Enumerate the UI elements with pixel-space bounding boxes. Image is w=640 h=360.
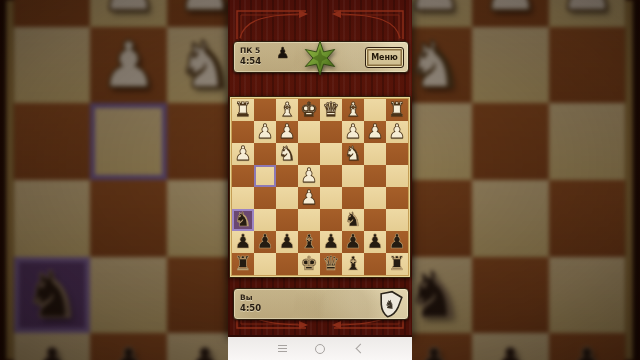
square-a2[interactable]: ♟ [386, 121, 408, 143]
square-f8[interactable] [276, 253, 298, 275]
player-info-bar: Вы 4:50 ♞ [233, 288, 409, 320]
nav-home-button[interactable] [315, 344, 325, 354]
opponent-clock: 4:54 [240, 56, 261, 66]
square-e7[interactable]: ♝ [298, 231, 320, 253]
player-name: Вы [240, 293, 253, 302]
square-h5[interactable] [232, 187, 254, 209]
square-b5[interactable] [364, 187, 386, 209]
black-knight: ♞ [232, 209, 254, 231]
green-star-icon [302, 40, 338, 76]
black-rook: ♜ [386, 253, 408, 275]
black-pawn: ♟ [364, 231, 386, 253]
black-pawn-icon: ♟ [276, 46, 289, 61]
square-e6[interactable] [298, 209, 320, 231]
square-f2[interactable]: ♟ [276, 121, 298, 143]
square-d8[interactable]: ♛ [320, 253, 342, 275]
corner-ornament-icon [234, 6, 314, 40]
black-pawn: ♟ [254, 231, 276, 253]
square-d2[interactable] [320, 121, 342, 143]
square-f3[interactable]: ♞ [276, 143, 298, 165]
square-f6[interactable] [276, 209, 298, 231]
square-c3[interactable]: ♞ [342, 143, 364, 165]
square-b8[interactable] [364, 253, 386, 275]
white-pawn: ♟ [254, 121, 276, 143]
square-a8[interactable]: ♜ [386, 253, 408, 275]
black-pawn: ♟ [386, 231, 408, 253]
black-pawn: ♟ [342, 231, 364, 253]
opponent-name: ПК 5 [240, 46, 260, 55]
black-pawn: ♟ [232, 231, 254, 253]
square-a5[interactable] [386, 187, 408, 209]
black-bishop: ♝ [342, 253, 364, 275]
white-pawn: ♟ [276, 121, 298, 143]
square-c2[interactable]: ♟ [342, 121, 364, 143]
menu-button-label: Меню [371, 53, 398, 62]
square-c7[interactable]: ♟ [342, 231, 364, 253]
square-a7[interactable]: ♟ [386, 231, 408, 253]
square-e8[interactable]: ♚ [298, 253, 320, 275]
square-c6[interactable]: ♞ [342, 209, 364, 231]
square-h4[interactable] [232, 165, 254, 187]
square-a4[interactable] [386, 165, 408, 187]
white-pawn: ♟ [298, 187, 320, 209]
white-queen: ♛ [320, 99, 342, 121]
square-h6[interactable]: ♞ [232, 209, 254, 231]
square-a3[interactable] [386, 143, 408, 165]
square-h8[interactable]: ♜ [232, 253, 254, 275]
black-pawn: ♟ [276, 231, 298, 253]
square-d6[interactable] [320, 209, 342, 231]
nav-back-button[interactable] [356, 344, 366, 354]
square-g7[interactable]: ♟ [254, 231, 276, 253]
square-g1[interactable] [254, 99, 276, 121]
square-h3[interactable]: ♟ [232, 143, 254, 165]
square-h2[interactable] [232, 121, 254, 143]
black-bishop: ♝ [298, 231, 320, 253]
square-f4[interactable] [276, 165, 298, 187]
square-b3[interactable] [364, 143, 386, 165]
black-knight: ♞ [342, 209, 364, 231]
square-g8[interactable] [254, 253, 276, 275]
square-d5[interactable] [320, 187, 342, 209]
chessboard-frame: ♜♝♚♛♝♜♟♟♟♟♟♟♞♞♟♟♞♞♟♟♟♝♟♟♟♟♜♚♛♝♜ [229, 96, 411, 278]
white-rook: ♜ [386, 99, 408, 121]
square-a6[interactable] [386, 209, 408, 231]
square-c1[interactable]: ♝ [342, 99, 364, 121]
square-f5[interactable] [276, 187, 298, 209]
square-g6[interactable] [254, 209, 276, 231]
square-b6[interactable] [364, 209, 386, 231]
square-g3[interactable] [254, 143, 276, 165]
square-f7[interactable]: ♟ [276, 231, 298, 253]
square-g2[interactable]: ♟ [254, 121, 276, 143]
square-h7[interactable]: ♟ [232, 231, 254, 253]
square-d4[interactable] [320, 165, 342, 187]
square-h1[interactable]: ♜ [232, 99, 254, 121]
shield-badge-icon: ♞ [375, 288, 405, 320]
player-clock: 4:50 [240, 303, 261, 313]
white-pawn: ♟ [298, 165, 320, 187]
square-g5[interactable] [254, 187, 276, 209]
menu-button[interactable]: Меню [365, 47, 404, 68]
white-bishop: ♝ [276, 99, 298, 121]
black-pawn: ♟ [320, 231, 342, 253]
square-d1[interactable]: ♛ [320, 99, 342, 121]
square-b2[interactable]: ♟ [364, 121, 386, 143]
white-knight: ♞ [276, 143, 298, 165]
square-c5[interactable] [342, 187, 364, 209]
black-rook: ♜ [232, 253, 254, 275]
square-g4[interactable] [254, 165, 276, 187]
white-pawn: ♟ [386, 121, 408, 143]
corner-ornament-icon [326, 6, 406, 40]
square-e4[interactable]: ♟ [298, 165, 320, 187]
white-rook: ♜ [232, 99, 254, 121]
android-nav-bar [228, 337, 412, 360]
square-a1[interactable]: ♜ [386, 99, 408, 121]
square-c4[interactable] [342, 165, 364, 187]
white-pawn: ♟ [364, 121, 386, 143]
square-e1[interactable]: ♚ [298, 99, 320, 121]
white-knight: ♞ [342, 143, 364, 165]
white-pawn: ♟ [342, 121, 364, 143]
square-b1[interactable] [364, 99, 386, 121]
chess-app-window: ПК 5 4:54 ♟ Меню ♜♝♚♛♝♜♟♟♟♟♟♟♞♞♟♟♞♞♟♟♟♝♟… [228, 0, 412, 337]
square-e3[interactable] [298, 143, 320, 165]
black-king: ♚ [298, 253, 320, 275]
black-queen: ♛ [320, 253, 342, 275]
square-c8[interactable]: ♝ [342, 253, 364, 275]
white-pawn: ♟ [232, 143, 254, 165]
white-king: ♚ [298, 99, 320, 121]
nav-recents-button[interactable] [278, 345, 287, 346]
chessboard: ♜♝♚♛♝♜♟♟♟♟♟♟♞♞♟♟♞♞♟♟♟♝♟♟♟♟♜♚♛♝♜ [232, 99, 408, 275]
square-b4[interactable] [364, 165, 386, 187]
square-e2[interactable] [298, 121, 320, 143]
square-b7[interactable]: ♟ [364, 231, 386, 253]
white-bishop: ♝ [342, 99, 364, 121]
square-f1[interactable]: ♝ [276, 99, 298, 121]
square-e5[interactable]: ♟ [298, 187, 320, 209]
square-d3[interactable] [320, 143, 342, 165]
square-d7[interactable]: ♟ [320, 231, 342, 253]
screenshot-root: ♟♟♟♟♟♟♞♞♞♞♟♟♟♟♟♟♟ [0, 0, 640, 360]
